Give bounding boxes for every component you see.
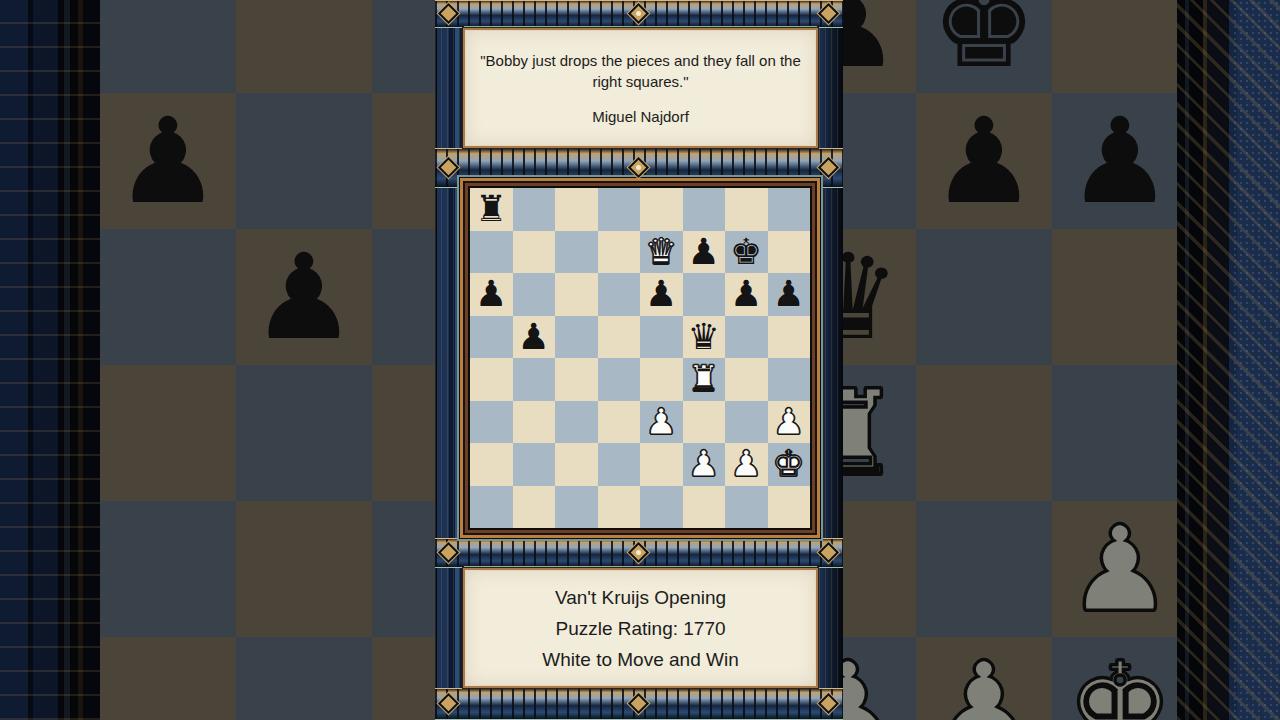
square-a2 bbox=[100, 637, 236, 720]
square-d3[interactable] bbox=[598, 401, 641, 444]
square-h6: ♟ bbox=[1052, 93, 1188, 229]
square-c2[interactable] bbox=[555, 443, 598, 486]
left-ornament-strip bbox=[0, 0, 100, 720]
square-d7[interactable] bbox=[598, 231, 641, 274]
square-g5 bbox=[916, 229, 1052, 365]
square-b8[interactable] bbox=[513, 188, 556, 231]
square-c7[interactable] bbox=[555, 231, 598, 274]
white-pawn-piece: ♟ bbox=[640, 401, 683, 444]
square-b4 bbox=[236, 365, 372, 501]
square-f7[interactable]: ♟ bbox=[683, 231, 726, 274]
square-h3[interactable]: ♟ bbox=[768, 401, 811, 444]
square-b7[interactable] bbox=[513, 231, 556, 274]
black-rook-piece: ♜ bbox=[470, 188, 513, 231]
chess-board[interactable]: ♜♛♟♚♟♟♟♟♟♛♜♟♟♟♟♚ bbox=[470, 188, 810, 528]
square-e8[interactable] bbox=[640, 188, 683, 231]
square-h7 bbox=[1052, 0, 1188, 93]
square-h2[interactable]: ♚ bbox=[768, 443, 811, 486]
square-g5[interactable] bbox=[725, 316, 768, 359]
dot-ornament bbox=[636, 165, 641, 170]
square-e2[interactable] bbox=[640, 443, 683, 486]
square-f3[interactable] bbox=[683, 401, 726, 444]
square-b3 bbox=[236, 501, 372, 637]
white-pawn-piece: ♟ bbox=[768, 401, 811, 444]
white-pawn-piece: ♟ bbox=[916, 637, 1052, 720]
square-b4[interactable] bbox=[513, 358, 556, 401]
square-a1[interactable] bbox=[470, 486, 513, 529]
puzzle-rating: Puzzle Rating: 1770 bbox=[555, 613, 725, 644]
white-pawn-piece: ♟ bbox=[1052, 501, 1188, 637]
square-a5 bbox=[100, 229, 236, 365]
black-pawn-piece: ♟ bbox=[768, 273, 811, 316]
quote-text: "Bobby just drops the pieces and they fa… bbox=[476, 50, 806, 92]
square-a2[interactable] bbox=[470, 443, 513, 486]
screenshot-stage: ♛♟♚♟♟♟♟♟♛♜♟♟♟♟♚ "Bobby just drops the pi… bbox=[0, 0, 1280, 720]
square-h5 bbox=[1052, 229, 1188, 365]
square-e1[interactable] bbox=[640, 486, 683, 529]
square-c3[interactable] bbox=[555, 401, 598, 444]
square-b6[interactable] bbox=[513, 273, 556, 316]
black-pawn-piece: ♟ bbox=[916, 93, 1052, 229]
square-h7[interactable] bbox=[768, 231, 811, 274]
quote-box: "Bobby just drops the pieces and they fa… bbox=[463, 28, 818, 148]
square-g6: ♟ bbox=[916, 93, 1052, 229]
square-g4[interactable] bbox=[725, 358, 768, 401]
center-panel: "Bobby just drops the pieces and they fa… bbox=[435, 0, 843, 720]
square-f1[interactable] bbox=[683, 486, 726, 529]
black-pawn-piece: ♟ bbox=[683, 231, 726, 274]
black-pawn-piece: ♟ bbox=[470, 273, 513, 316]
square-h6[interactable]: ♟ bbox=[768, 273, 811, 316]
square-f6[interactable] bbox=[683, 273, 726, 316]
square-a7[interactable] bbox=[470, 231, 513, 274]
square-g2[interactable]: ♟ bbox=[725, 443, 768, 486]
square-a3[interactable] bbox=[470, 401, 513, 444]
square-a4[interactable] bbox=[470, 358, 513, 401]
square-h4[interactable] bbox=[768, 358, 811, 401]
dot-ornament bbox=[636, 550, 641, 555]
white-queen-piece: ♛ bbox=[640, 231, 683, 274]
square-h5[interactable] bbox=[768, 316, 811, 359]
task-text: White to Move and Win bbox=[542, 644, 738, 675]
black-king-piece: ♚ bbox=[725, 231, 768, 274]
square-h2: ♚ bbox=[1052, 637, 1188, 720]
square-d1[interactable] bbox=[598, 486, 641, 529]
black-pawn-piece: ♟ bbox=[236, 229, 372, 365]
square-e7[interactable]: ♛ bbox=[640, 231, 683, 274]
square-h8[interactable] bbox=[768, 188, 811, 231]
square-c5[interactable] bbox=[555, 316, 598, 359]
square-a4 bbox=[100, 365, 236, 501]
square-b2[interactable] bbox=[513, 443, 556, 486]
dot-ornament bbox=[636, 11, 641, 16]
square-b1[interactable] bbox=[513, 486, 556, 529]
square-b2 bbox=[236, 637, 372, 720]
square-g8[interactable] bbox=[725, 188, 768, 231]
square-d6[interactable] bbox=[598, 273, 641, 316]
square-g3[interactable] bbox=[725, 401, 768, 444]
black-pawn-piece: ♟ bbox=[1052, 93, 1188, 229]
black-pawn-piece: ♟ bbox=[640, 273, 683, 316]
square-b6 bbox=[236, 93, 372, 229]
square-b5[interactable]: ♟ bbox=[513, 316, 556, 359]
opening-name: Van't Kruijs Opening bbox=[555, 582, 726, 613]
square-a3 bbox=[100, 501, 236, 637]
square-e3[interactable]: ♟ bbox=[640, 401, 683, 444]
square-a5[interactable] bbox=[470, 316, 513, 359]
square-h4 bbox=[1052, 365, 1188, 501]
square-c1[interactable] bbox=[555, 486, 598, 529]
square-h3: ♟ bbox=[1052, 501, 1188, 637]
square-f4[interactable]: ♜ bbox=[683, 358, 726, 401]
square-b3[interactable] bbox=[513, 401, 556, 444]
square-g7[interactable]: ♚ bbox=[725, 231, 768, 274]
black-pawn-piece: ♟ bbox=[513, 316, 556, 359]
square-e6[interactable]: ♟ bbox=[640, 273, 683, 316]
square-g1[interactable] bbox=[725, 486, 768, 529]
white-king-piece: ♚ bbox=[768, 443, 811, 486]
black-king-piece: ♚ bbox=[916, 0, 1052, 93]
white-pawn-piece: ♟ bbox=[683, 443, 726, 486]
square-b5: ♟ bbox=[236, 229, 372, 365]
square-b7 bbox=[236, 0, 372, 93]
square-d5[interactable] bbox=[598, 316, 641, 359]
square-d4[interactable] bbox=[598, 358, 641, 401]
square-d2[interactable] bbox=[598, 443, 641, 486]
square-g6[interactable]: ♟ bbox=[725, 273, 768, 316]
white-pawn-piece: ♟ bbox=[725, 443, 768, 486]
square-e5[interactable] bbox=[640, 316, 683, 359]
square-f8[interactable] bbox=[683, 188, 726, 231]
square-a6[interactable]: ♟ bbox=[470, 273, 513, 316]
square-a6: ♟ bbox=[100, 93, 236, 229]
square-g4 bbox=[916, 365, 1052, 501]
square-c6[interactable] bbox=[555, 273, 598, 316]
square-g3 bbox=[916, 501, 1052, 637]
right-ornament-strip bbox=[1177, 0, 1280, 720]
info-box: Van't Kruijs Opening Puzzle Rating: 1770… bbox=[463, 568, 818, 688]
white-rook-piece: ♜ bbox=[683, 358, 726, 401]
square-c4[interactable] bbox=[555, 358, 598, 401]
square-g7: ♚ bbox=[916, 0, 1052, 93]
square-d8[interactable] bbox=[598, 188, 641, 231]
black-pawn-piece: ♟ bbox=[100, 93, 236, 229]
square-c8[interactable] bbox=[555, 188, 598, 231]
square-f5[interactable]: ♛ bbox=[683, 316, 726, 359]
square-g2: ♟ bbox=[916, 637, 1052, 720]
black-queen-piece: ♛ bbox=[683, 316, 726, 359]
square-f2[interactable]: ♟ bbox=[683, 443, 726, 486]
white-king-piece: ♚ bbox=[1052, 637, 1188, 720]
square-e4[interactable] bbox=[640, 358, 683, 401]
black-pawn-piece: ♟ bbox=[725, 273, 768, 316]
square-a8[interactable]: ♜ bbox=[470, 188, 513, 231]
square-h1[interactable] bbox=[768, 486, 811, 529]
square-a7 bbox=[100, 0, 236, 93]
quote-author: Miguel Najdorf bbox=[592, 106, 689, 127]
